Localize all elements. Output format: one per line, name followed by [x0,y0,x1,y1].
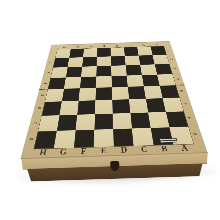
square-g7 [57,115,77,131]
file-label-top-b: B [137,43,151,47]
square-d3 [111,65,127,76]
square-e2 [97,56,112,66]
square-c3 [126,65,142,76]
square-e4 [96,76,112,88]
rank-label-right-1: 1 [161,48,176,53]
rank-label-left-3: 3 [40,70,56,76]
file-label-bottom-e: E [93,145,114,156]
rank-label-right-2: 2 [164,56,180,61]
file-label-top-h: H [57,45,71,49]
square-e5 [95,87,112,100]
rank-label-right-3: 3 [167,66,183,72]
board-top-face: HGFEDCBA HGFEDCBA 12345678 12345678 [20,41,207,159]
square-g2 [68,57,83,67]
rank-label-right-8: 8 [185,129,207,139]
rank-label-left-2: 2 [43,60,58,66]
square-g4 [64,77,81,89]
file-label-top-e: E [97,44,110,48]
rank-label-left-1: 1 [45,51,60,56]
square-c2 [125,56,140,66]
square-d7 [113,113,132,129]
manufacturer-stamp [160,138,178,143]
file-label-bottom-b: B [153,143,175,154]
file-label-bottom-c: C [134,144,156,155]
rank-label-left-5: 5 [33,91,51,98]
square-e6 [95,100,113,114]
file-label-top-f: F [84,44,97,48]
rank-label-right-7: 7 [180,113,201,122]
file-label-top-g: G [71,45,85,49]
file-label-bottom-g: G [52,146,74,157]
file-label-top-d: D [110,43,123,47]
square-d5 [112,87,129,100]
file-label-top-c: C [124,43,138,47]
square-e3 [96,66,111,77]
file-label-bottom-h: H [32,147,54,158]
square-e7 [94,114,113,130]
product-photo-background: HGFEDCBA HGFEDCBA 12345678 12345678 [0,0,220,220]
file-label-bottom-d: D [114,145,135,156]
square-d2 [111,56,126,66]
rank-label-left-7: 7 [25,118,45,127]
square-g6 [59,101,78,115]
rank-label-right-4: 4 [170,76,187,83]
rank-label-right-5: 5 [173,87,191,94]
rank-label-left-4: 4 [37,80,54,87]
square-f3 [81,66,97,77]
rank-label-left-8: 8 [20,134,42,144]
square-f5 [79,88,96,101]
square-f7 [76,114,95,130]
file-label-top-a: A [150,42,164,46]
square-g5 [62,88,80,101]
rank-label-left-6: 6 [29,104,48,112]
square-f2 [82,57,97,67]
square-g3 [66,67,82,78]
file-label-bottom-f: F [73,146,94,157]
square-f4 [80,77,96,89]
file-label-bottom-a: A [173,143,196,154]
square-d4 [111,76,127,88]
rank-label-right-6: 6 [176,100,195,108]
square-d6 [112,99,130,113]
square-f6 [77,100,95,114]
